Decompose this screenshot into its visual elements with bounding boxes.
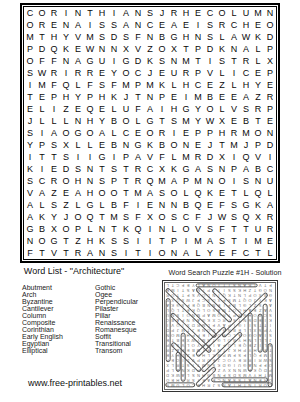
grid-cell-r13c12: F: [156, 151, 168, 163]
grid-cell-r1c10: N: [132, 7, 144, 19]
grid-cell-r3c18: A: [228, 31, 240, 43]
grid-cell-r9c8: L: [108, 103, 120, 115]
grid-cell-r4c11: Z: [144, 43, 156, 55]
grid-cell-r15c17: O: [216, 175, 228, 187]
grid-cell-r10c11: G: [144, 115, 156, 127]
grid-cell-r14c21: C: [264, 163, 276, 175]
grid-cell-r8c6: P: [84, 91, 96, 103]
grid-cell-r19c3: X: [48, 223, 60, 235]
grid-cell-r16c3: Z: [48, 187, 60, 199]
grid-cell-r5c10: D: [132, 55, 144, 67]
grid-cell-r21c14: A: [180, 247, 192, 259]
grid-cell-r18c21: R: [264, 211, 276, 223]
grid-cell-r18c11: X: [144, 211, 156, 223]
grid-cell-r2c19: H: [240, 19, 252, 31]
grid-cell-r11c8: L: [108, 127, 120, 139]
grid-cell-r6c10: C: [132, 67, 144, 79]
grid-cell-r20c19: I: [240, 235, 252, 247]
grid-cell-r10c4: L: [60, 115, 72, 127]
grid-cell-r13c3: T: [48, 151, 60, 163]
grid-cell-r6c18: I: [228, 67, 240, 79]
grid-cell-r17c10: I: [132, 199, 144, 211]
grid-cell-r17c12: N: [156, 199, 168, 211]
grid-cell-r7c10: P: [132, 79, 144, 91]
grid-cell-r15c9: T: [120, 175, 132, 187]
grid-cell-r10c20: T: [252, 115, 264, 127]
grid-cell-r1c8: I: [108, 7, 120, 19]
grid-cell-r3c14: H: [180, 31, 192, 43]
grid-cell-r8c14: I: [180, 91, 192, 103]
grid-cell-r1c12: J: [156, 7, 168, 19]
grid-cell-r20c13: P: [168, 235, 180, 247]
grid-cell-r13c16: D: [204, 151, 216, 163]
grid-cell-r16c4: E: [60, 187, 72, 199]
grid-cell-r16c8: O: [108, 187, 120, 199]
grid-cell-r8c4: H: [60, 91, 72, 103]
solution-word-oval-renaissance: [212, 377, 268, 382]
grid-cell-r11c3: A: [48, 127, 60, 139]
grid-cell-r13c7: G: [96, 151, 108, 163]
grid-cell-r5c11: K: [144, 55, 156, 67]
grid-cell-r12c4: X: [60, 139, 72, 151]
grid-cell-r16c11: A: [144, 187, 156, 199]
grid-cell-r3c7: S: [96, 31, 108, 43]
grid-cell-r14c7: T: [96, 163, 108, 175]
grid-cell-r20c1: N: [24, 235, 36, 247]
grid-cell-r12c2: P: [36, 139, 48, 151]
grid-cell-r21c12: O: [156, 247, 168, 259]
grid-cell-r4c18: N: [228, 43, 240, 55]
grid-cell-r5c19: R: [240, 55, 252, 67]
grid-cell-r19c4: O: [60, 223, 72, 235]
grid-cell-r13c1: I: [24, 151, 36, 163]
grid-cell-r6c21: P: [264, 67, 276, 79]
grid-cell-r14c14: G: [180, 163, 192, 175]
grid-cell-r10c8: B: [108, 115, 120, 127]
grid-cell-r12c11: K: [144, 139, 156, 151]
grid-cell-r9c4: Z: [60, 103, 72, 115]
grid-cell-r16c18: T: [228, 187, 240, 199]
grid-cell-r18c4: J: [60, 211, 72, 223]
grid-cell-r7c5: L: [72, 79, 84, 91]
grid-cell-r20c11: I: [144, 235, 156, 247]
grid-cell-r1c2: O: [36, 7, 48, 19]
grid-cell-r19c19: T: [240, 223, 252, 235]
grid-cell-r20c9: S: [120, 235, 132, 247]
grid-cell-r15c2: C: [36, 175, 48, 187]
grid-cell-r16c6: H: [84, 187, 96, 199]
grid-cell-r17c7: L: [96, 199, 108, 211]
grid-cell-r15c20: N: [252, 175, 264, 187]
grid-cell-r8c13: E: [168, 91, 180, 103]
grid-cell-r16c14: L: [180, 187, 192, 199]
grid-cell-r15c14: P: [180, 175, 192, 187]
grid-cell-r14c13: K: [168, 163, 180, 175]
grid-cell-r6c9: O: [120, 67, 132, 79]
grid-cell-r15c7: S: [96, 175, 108, 187]
grid-cell-r19c2: B: [36, 223, 48, 235]
grid-cell-r3c6: M: [84, 31, 96, 43]
grid-cell-r3c9: S: [120, 31, 132, 43]
grid-cell-r3c12: B: [156, 31, 168, 43]
grid-cell-r21c1: F: [24, 247, 36, 259]
grid-cell-r3c13: G: [168, 31, 180, 43]
grid-cell-r6c11: J: [144, 67, 156, 79]
grid-cell-r20c2: O: [36, 235, 48, 247]
grid-cell-r12c3: S: [48, 139, 60, 151]
grid-cell-r9c5: E: [72, 103, 84, 115]
grid-cell-r21c17: E: [216, 247, 228, 259]
grid-cell-r12c8: B: [108, 139, 120, 151]
grid-cell-r14c3: E: [48, 163, 60, 175]
grid-cell-r2c1: O: [24, 19, 36, 31]
grid-cell-r7c18: L: [228, 79, 240, 91]
grid-cell-r4c10: V: [132, 43, 144, 55]
grid-cell-r19c14: O: [180, 223, 192, 235]
grid-cell-r14c2: I: [36, 163, 48, 175]
grid-cell-r19c16: S: [204, 223, 216, 235]
grid-cell-r6c1: S: [24, 67, 36, 79]
grid-cell-r13c21: I: [264, 151, 276, 163]
grid-cell-r20c4: T: [60, 235, 72, 247]
grid-cell-r5c16: I: [204, 55, 216, 67]
grid-cell-r16c9: T: [120, 187, 132, 199]
grid-cell-r17c13: N: [168, 199, 180, 211]
grid-cell-r21c19: C: [240, 247, 252, 259]
grid-cell-r21c3: V: [48, 247, 60, 259]
grid-cell-r2c9: A: [120, 19, 132, 31]
word-list-item: Column: [22, 312, 92, 319]
grid-cell-r13c8: I: [108, 151, 120, 163]
grid-cell-r6c8: Y: [108, 67, 120, 79]
grid-cell-r16c15: Q: [192, 187, 204, 199]
grid-cell-r12c18: M: [228, 139, 240, 151]
solution-word-oval-corinthian: [222, 382, 273, 387]
grid-cell-r14c11: C: [144, 163, 156, 175]
grid-cell-r5c13: N: [168, 55, 180, 67]
grid-cell-r18c19: Q: [240, 211, 252, 223]
grid-cell-r2c3: E: [48, 19, 60, 31]
grid-cell-r1c4: I: [60, 7, 72, 19]
grid-cell-r12c6: L: [84, 139, 96, 151]
grid-cell-r9c3: I: [48, 103, 60, 115]
grid-cell-r18c7: T: [96, 211, 108, 223]
grid-cell-r16c12: S: [156, 187, 168, 199]
grid-cell-r11c7: A: [96, 127, 108, 139]
grid-cell-r11c6: O: [84, 127, 96, 139]
grid-cell-r4c15: P: [192, 43, 204, 55]
grid-cell-r1c18: L: [228, 7, 240, 19]
grid-cell-r11c19: M: [240, 127, 252, 139]
grid-cell-r13c2: T: [36, 151, 48, 163]
grid-cell-r1c3: R: [48, 7, 60, 19]
grid-cell-r19c8: T: [108, 223, 120, 235]
grid-cell-r20c20: M: [252, 235, 264, 247]
grid-cell-r10c12: T: [156, 115, 168, 127]
grid-cell-r7c21: E: [264, 79, 276, 91]
grid-cell-r12c16: J: [204, 139, 216, 151]
grid-cell-r19c18: T: [228, 223, 240, 235]
grid-cell-r9c18: V: [228, 103, 240, 115]
grid-cell-r5c17: S: [216, 55, 228, 67]
grid-cell-r2c5: A: [72, 19, 84, 31]
grid-cell-r11c9: C: [120, 127, 132, 139]
grid-cell-r19c21: R: [264, 223, 276, 235]
grid-cell-r15c5: H: [72, 175, 84, 187]
grid-cell-r4c8: N: [108, 43, 120, 55]
grid-cell-r14c5: S: [72, 163, 84, 175]
grid-cell-r10c19: B: [240, 115, 252, 127]
grid-cell-r6c16: V: [204, 67, 216, 79]
grid-cell-r13c6: I: [84, 151, 96, 163]
grid-cell-r13c20: V: [252, 151, 264, 163]
word-list-item: Renaissance: [95, 319, 155, 326]
word-list-title: Word List - "Architecture": [0, 266, 148, 276]
grid-cell-r1c16: C: [204, 7, 216, 19]
grid-cell-r13c17: X: [216, 151, 228, 163]
grid-cell-r6c13: U: [168, 67, 180, 79]
grid-cell-r8c15: M: [192, 91, 204, 103]
grid-cell-r15c10: R: [132, 175, 144, 187]
grid-cell-r20c7: K: [96, 235, 108, 247]
grid-cell-r8c11: N: [144, 91, 156, 103]
word-list-item: Gothic: [95, 284, 155, 291]
grid-cell-r14c19: A: [240, 163, 252, 175]
grid-cell-r12c5: L: [72, 139, 84, 151]
solution-word-oval-pilaster: [258, 313, 263, 352]
solution-ovals-layer: [165, 283, 273, 387]
grid-cell-r8c19: A: [240, 91, 252, 103]
solution-word-oval-arch: [176, 352, 181, 372]
grid-cell-r18c17: W: [216, 211, 228, 223]
grid-cell-r21c2: T: [36, 247, 48, 259]
grid-cell-r5c21: X: [264, 55, 276, 67]
grid-cell-r3c15: N: [192, 31, 204, 43]
grid-cell-r20c15: M: [192, 235, 204, 247]
grid-cell-r18c2: K: [36, 211, 48, 223]
grid-cell-r15c18: I: [228, 175, 240, 187]
grid-cell-r7c4: Q: [60, 79, 72, 91]
grid-cell-r20c8: S: [108, 235, 120, 247]
grid-cell-r18c20: X: [252, 211, 264, 223]
grid-cell-r2c14: E: [180, 19, 192, 31]
grid-cell-r6c7: E: [96, 67, 108, 79]
grid-cell-r10c15: Y: [192, 115, 204, 127]
word-list-item: Ogee: [95, 291, 155, 298]
grid-cell-r10c1: J: [24, 115, 36, 127]
grid-cell-r10c3: L: [48, 115, 60, 127]
grid-cell-r11c13: I: [168, 127, 180, 139]
grid-cell-r14c1: K: [24, 163, 36, 175]
grid-cell-r4c3: Q: [48, 43, 60, 55]
solution-grid-frame: CORINTHIANSJRHECOLUMNORENAISSANCEAEISRCH…: [162, 280, 278, 392]
grid-cell-r21c20: T: [252, 247, 264, 259]
grid-cell-r12c7: E: [96, 139, 108, 151]
grid-cell-r21c6: A: [84, 247, 96, 259]
solution-title: Word Search Puzzle #1H - Solution: [150, 268, 300, 277]
grid-cell-r1c11: S: [144, 7, 156, 19]
grid-cell-r17c19: G: [240, 199, 252, 211]
worksheet-page: CORINTHIANSJRHECOLUMNORENAISSANCEAEISRCH…: [0, 0, 300, 402]
grid-cell-r7c12: K: [156, 79, 168, 91]
grid-cell-r4c17: K: [216, 43, 228, 55]
solution-word-oval-pillar: [169, 342, 201, 373]
grid-cell-r7c8: F: [108, 79, 120, 91]
grid-cell-r18c1: A: [24, 211, 36, 223]
grid-cell-r1c20: M: [252, 7, 264, 19]
grid-cell-r13c19: Q: [240, 151, 252, 163]
grid-cell-r11c11: O: [144, 127, 156, 139]
grid-cell-r21c10: T: [132, 247, 144, 259]
grid-cell-r16c21: L: [264, 187, 276, 199]
grid-cell-r15c15: M: [192, 175, 204, 187]
grid-cell-r2c2: R: [36, 19, 48, 31]
grid-cell-r5c18: T: [228, 55, 240, 67]
grid-cell-r11c5: G: [72, 127, 84, 139]
grid-cell-r13c14: M: [180, 151, 192, 163]
grid-cell-r19c20: U: [252, 223, 264, 235]
grid-cell-r8c20: Z: [252, 91, 264, 103]
grid-cell-r18c12: O: [156, 211, 168, 223]
grid-cell-r7c9: M: [120, 79, 132, 91]
grid-cell-r6c3: R: [48, 67, 60, 79]
grid-cell-r2c16: S: [204, 19, 216, 31]
grid-cell-r21c8: S: [108, 247, 120, 259]
grid-cell-r4c9: X: [120, 43, 132, 55]
grid-cell-r8c1: T: [24, 91, 36, 103]
grid-cell-r1c17: O: [216, 7, 228, 19]
grid-cell-r20c6: H: [84, 235, 96, 247]
grid-cell-r3c21: D: [264, 31, 276, 43]
grid-cell-r18c9: S: [120, 211, 132, 223]
grid-cell-r9c1: E: [24, 103, 36, 115]
grid-cell-r10c18: E: [228, 115, 240, 127]
grid-cell-r16c2: A: [36, 187, 48, 199]
grid-cell-r8c7: H: [96, 91, 108, 103]
solution-grid-border: CORINTHIANSJRHECOLUMNORENAISSANCEAEISRCH…: [164, 282, 276, 390]
grid-cell-r11c12: R: [156, 127, 168, 139]
grid-cell-r5c6: G: [84, 55, 96, 67]
grid-cell-r3c5: V: [72, 31, 84, 43]
grid-cell-r5c4: N: [60, 55, 72, 67]
grid-cell-r14c12: X: [156, 163, 168, 175]
grid-cell-r6c14: R: [180, 67, 192, 79]
grid-cell-r3c17: L: [216, 31, 228, 43]
grid-cell-r5c2: F: [36, 55, 48, 67]
grid-cell-r4c7: N: [96, 43, 108, 55]
grid-cell-r13c18: I: [228, 151, 240, 163]
grid-cell-r3c4: Y: [60, 31, 72, 43]
grid-cell-r11c21: N: [264, 127, 276, 139]
grid-cell-r4c12: O: [156, 43, 168, 55]
grid-cell-r16c20: Q: [252, 187, 264, 199]
grid-cell-r13c11: V: [144, 151, 156, 163]
grid-cell-r3c3: H: [48, 31, 60, 43]
solution-word-oval-composite: [268, 343, 273, 387]
word-list-item: Byzantine: [22, 298, 92, 305]
grid-cell-r4c6: W: [84, 43, 96, 55]
grid-cell-r12c19: J: [240, 139, 252, 151]
grid-cell-r16c7: O: [96, 187, 108, 199]
grid-cell-r6c20: E: [252, 67, 264, 79]
grid-cell-r21c7: N: [96, 247, 108, 259]
grid-cell-r16c13: O: [168, 187, 180, 199]
grid-cell-r2c8: S: [108, 19, 120, 31]
grid-cell-r17c6: G: [84, 199, 96, 211]
grid-cell-r13c4: S: [60, 151, 72, 163]
grid-cell-r8c21: R: [264, 91, 276, 103]
grid-cell-r14c6: N: [84, 163, 96, 175]
grid-cell-r17c18: S: [228, 199, 240, 211]
word-list-item: Pilaster: [95, 305, 155, 312]
grid-cell-r1c19: U: [240, 7, 252, 19]
grid-cell-r17c17: F: [216, 199, 228, 211]
grid-cell-r5c20: L: [252, 55, 264, 67]
grid-cell-r5c5: A: [72, 55, 84, 67]
grid-cell-r16c10: M: [132, 187, 144, 199]
grid-cell-r14c20: B: [252, 163, 264, 175]
grid-cell-r8c18: E: [228, 91, 240, 103]
grid-cell-r15c13: A: [168, 175, 180, 187]
grid-cell-r5c8: I: [108, 55, 120, 67]
grid-cell-r17c2: L: [36, 199, 48, 211]
grid-cell-r12c9: N: [120, 139, 132, 151]
grid-cell-r10c2: L: [36, 115, 48, 127]
word-list-item: Transitional: [95, 340, 155, 347]
grid-cell-r11c17: H: [216, 127, 228, 139]
grid-cell-r15c6: N: [84, 175, 96, 187]
grid-cell-r8c17: E: [216, 91, 228, 103]
grid-cell-r19c15: V: [192, 223, 204, 235]
grid-cell-r8c10: T: [132, 91, 144, 103]
grid-cell-r17c11: E: [144, 199, 156, 211]
grid-cell-r2c10: N: [132, 19, 144, 31]
grid-cell-r20c21: E: [264, 235, 276, 247]
grid-cell-r20c12: T: [156, 235, 168, 247]
solution-word-oval-transitional: [196, 283, 257, 288]
grid-cell-r15c1: S: [24, 175, 36, 187]
grid-cell-r10c17: X: [216, 115, 228, 127]
grid-cell-r19c5: P: [72, 223, 84, 235]
grid-cell-r13c15: R: [192, 151, 204, 163]
word-list-item: Cantilever: [22, 305, 92, 312]
grid-cell-r4c5: E: [72, 43, 84, 55]
word-list-column-2: GothicOgeePerpendicularPilasterPillarRen…: [95, 284, 155, 354]
grid-cell-r14c15: A: [192, 163, 204, 175]
grid-cell-r21c18: F: [228, 247, 240, 259]
grid-cell-r21c21: L: [264, 247, 276, 259]
grid-cell-r2c7: S: [96, 19, 108, 31]
grid-cell-r17c20: K: [252, 199, 264, 211]
grid-cell-r7c2: M: [36, 79, 48, 91]
grid-cell-r10c10: L: [132, 115, 144, 127]
grid-cell-r12c1: Y: [24, 139, 36, 151]
word-search-grid-border: CORINTHIANSJRHECOLUMNORENAISSANCEAEISRCH…: [23, 6, 277, 260]
grid-cell-r15c12: M: [156, 175, 168, 187]
grid-cell-r1c9: A: [120, 7, 132, 19]
grid-cell-r18c10: F: [132, 211, 144, 223]
grid-cell-r7c7: S: [96, 79, 108, 91]
grid-cell-r17c16: E: [204, 199, 216, 211]
word-list-item: Abutment: [22, 284, 92, 291]
grid-cell-r21c15: L: [192, 247, 204, 259]
grid-cell-r21c4: T: [60, 247, 72, 259]
word-search-grid-frame: CORINTHIANSJRHECOLUMNORENAISSANCEAEISRCH…: [20, 3, 280, 263]
grid-cell-r2c21: O: [264, 19, 276, 31]
grid-cell-r6c12: E: [156, 67, 168, 79]
word-list-item: Perpendicular: [95, 298, 155, 305]
grid-cell-r5c3: F: [48, 55, 60, 67]
